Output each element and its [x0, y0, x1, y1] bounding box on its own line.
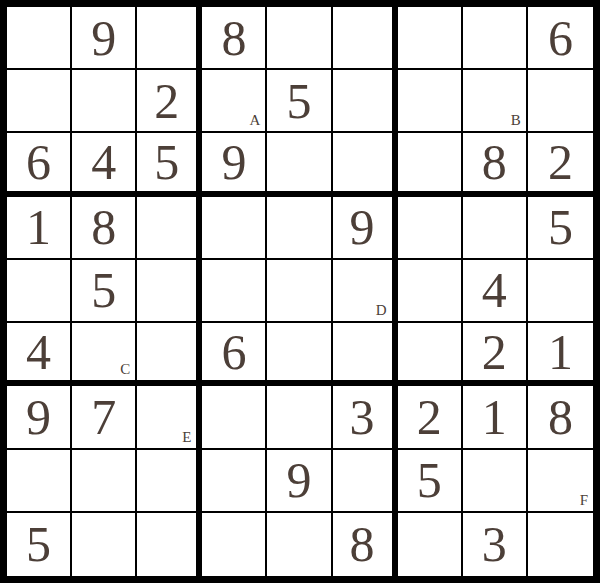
sudoku-cell-r4c9[interactable]: 5 [528, 197, 593, 260]
cell-label-B: B [511, 113, 521, 128]
sudoku-cell-r4c1[interactable]: 1 [7, 197, 72, 260]
sudoku-cell-r6c5[interactable] [267, 323, 332, 386]
sudoku-cell-r7c9[interactable]: 8 [528, 386, 593, 449]
sudoku-cell-r3c6[interactable] [333, 133, 398, 196]
sudoku-cell-r8c9[interactable]: F [528, 450, 593, 513]
sudoku-cell-r4c6[interactable]: 9 [333, 197, 398, 260]
sudoku-cell-r7c7[interactable]: 2 [398, 386, 463, 449]
sudoku-cell-r7c1[interactable]: 9 [7, 386, 72, 449]
sudoku-cell-r2c4[interactable]: A [202, 70, 267, 133]
sudoku-cell-r1c5[interactable] [267, 7, 332, 70]
sudoku-cell-r8c7[interactable]: 5 [398, 450, 463, 513]
sudoku-cell-r1c9[interactable]: 6 [528, 7, 593, 70]
cell-digit: 8 [350, 519, 375, 569]
sudoku-cell-r3c8[interactable]: 8 [463, 133, 528, 196]
cell-digit: 5 [548, 202, 573, 252]
sudoku-cell-r6c1[interactable]: 4 [7, 323, 72, 386]
cell-digit: 1 [548, 327, 573, 377]
cell-digit: 6 [221, 327, 246, 377]
cell-digit: 1 [482, 392, 507, 442]
cell-digit: 9 [91, 13, 116, 63]
sudoku-cell-r9c5[interactable] [267, 513, 332, 576]
sudoku-cell-r1c4[interactable]: 8 [202, 7, 267, 70]
cell-digit: 5 [91, 265, 116, 315]
sudoku-cell-r3c3[interactable]: 5 [137, 133, 202, 196]
cell-digit: 9 [26, 392, 51, 442]
sudoku-cell-r9c1[interactable]: 5 [7, 513, 72, 576]
sudoku-cell-r4c5[interactable] [267, 197, 332, 260]
cell-label-D: D [376, 303, 387, 318]
cell-digit: 9 [350, 202, 375, 252]
sudoku-cell-r9c8[interactable]: 3 [463, 513, 528, 576]
cell-digit: 8 [482, 137, 507, 187]
sudoku-cell-r5c5[interactable] [267, 260, 332, 323]
cell-digit: 2 [417, 392, 442, 442]
sudoku-cell-r3c9[interactable]: 2 [528, 133, 593, 196]
cell-digit: 1 [26, 202, 51, 252]
sudoku-cell-r8c1[interactable] [7, 450, 72, 513]
cell-digit: 9 [286, 455, 311, 505]
cell-label-C: C [120, 362, 130, 377]
cell-digit: 3 [482, 519, 507, 569]
sudoku-cell-r6c6[interactable] [333, 323, 398, 386]
sudoku-cell-r2c1[interactable] [7, 70, 72, 133]
sudoku-cell-r3c4[interactable]: 9 [202, 133, 267, 196]
cell-label-F: F [580, 493, 588, 508]
sudoku-cell-r4c8[interactable] [463, 197, 528, 260]
sudoku-cell-r8c4[interactable] [202, 450, 267, 513]
sudoku-cell-r2c7[interactable] [398, 70, 463, 133]
sudoku-cell-r9c4[interactable] [202, 513, 267, 576]
cell-digit: 5 [417, 455, 442, 505]
cell-digit: 6 [548, 13, 573, 63]
sudoku-cell-r8c8[interactable] [463, 450, 528, 513]
cell-digit: 7 [91, 392, 116, 442]
cell-digit: 2 [482, 327, 507, 377]
sudoku-cell-r2c3[interactable]: 2 [137, 70, 202, 133]
sudoku-cell-r2c2[interactable] [72, 70, 137, 133]
sudoku-cell-r6c8[interactable]: 2 [463, 323, 528, 386]
sudoku-cell-r9c3[interactable] [137, 513, 202, 576]
sudoku-cell-r6c4[interactable]: 6 [202, 323, 267, 386]
sudoku-cell-r4c4[interactable] [202, 197, 267, 260]
sudoku-cell-r3c5[interactable] [267, 133, 332, 196]
cell-digit: 6 [26, 137, 51, 187]
cell-digit: 3 [350, 392, 375, 442]
sudoku-cell-r2c5[interactable]: 5 [267, 70, 332, 133]
sudoku-cell-r9c2[interactable] [72, 513, 137, 576]
cell-digit: 5 [286, 76, 311, 126]
sudoku-cell-r1c8[interactable] [463, 7, 528, 70]
sudoku-cell-r5c2[interactable]: 5 [72, 260, 137, 323]
sudoku-cell-r6c7[interactable] [398, 323, 463, 386]
cell-label-E: E [182, 430, 191, 445]
sudoku-cell-r8c3[interactable] [137, 450, 202, 513]
sudoku-cell-r6c2[interactable]: C [72, 323, 137, 386]
sudoku-cell-r5c8[interactable]: 4 [463, 260, 528, 323]
sudoku-cell-r7c4[interactable] [202, 386, 267, 449]
sudoku-cell-r9c6[interactable]: 8 [333, 513, 398, 576]
sudoku-cell-r1c1[interactable] [7, 7, 72, 70]
cell-digit: 8 [91, 202, 116, 252]
cell-digit: 9 [221, 137, 246, 187]
sudoku-cell-r7c8[interactable]: 1 [463, 386, 528, 449]
sudoku-cell-r4c7[interactable] [398, 197, 463, 260]
cell-digit: 8 [221, 13, 246, 63]
cell-digit: 5 [154, 137, 179, 187]
sudoku-cell-r4c3[interactable] [137, 197, 202, 260]
sudoku-cell-r1c2[interactable]: 9 [72, 7, 137, 70]
sudoku-cell-r2c6[interactable] [333, 70, 398, 133]
cell-digit: 4 [91, 137, 116, 187]
cell-digit: 4 [26, 327, 51, 377]
sudoku-cell-r1c3[interactable] [137, 7, 202, 70]
sudoku-cell-r5c1[interactable] [7, 260, 72, 323]
sudoku-cell-r3c1[interactable]: 6 [7, 133, 72, 196]
sudoku-cell-r8c5[interactable]: 9 [267, 450, 332, 513]
sudoku-board: 9862A5B64598218955D44C62197E321895F583 [0, 0, 600, 583]
cell-digit: 8 [548, 392, 573, 442]
sudoku-cell-r9c9[interactable] [528, 513, 593, 576]
sudoku-cell-r7c6[interactable]: 3 [333, 386, 398, 449]
cell-digit: 2 [154, 76, 179, 126]
sudoku-cell-r5c9[interactable] [528, 260, 593, 323]
sudoku-cell-r8c2[interactable] [72, 450, 137, 513]
sudoku-cell-r5c3[interactable] [137, 260, 202, 323]
sudoku-cell-r3c2[interactable]: 4 [72, 133, 137, 196]
sudoku-cell-r5c4[interactable] [202, 260, 267, 323]
sudoku-cell-r5c6[interactable]: D [333, 260, 398, 323]
sudoku-cell-r7c3[interactable]: E [137, 386, 202, 449]
sudoku-cell-r8c6[interactable] [333, 450, 398, 513]
sudoku-cell-r4c2[interactable]: 8 [72, 197, 137, 260]
cell-digit: 5 [26, 519, 51, 569]
sudoku-cell-r2c8[interactable]: B [463, 70, 528, 133]
sudoku-cell-r6c9[interactable]: 1 [528, 323, 593, 386]
sudoku-cell-r6c3[interactable] [137, 323, 202, 386]
sudoku-cell-r1c6[interactable] [333, 7, 398, 70]
sudoku-cell-r7c2[interactable]: 7 [72, 386, 137, 449]
sudoku-cell-r1c7[interactable] [398, 7, 463, 70]
cell-digit: 4 [482, 265, 507, 315]
sudoku-cell-r7c5[interactable] [267, 386, 332, 449]
sudoku-cell-r3c7[interactable] [398, 133, 463, 196]
sudoku-cell-r5c7[interactable] [398, 260, 463, 323]
sudoku-cell-r2c9[interactable] [528, 70, 593, 133]
sudoku-cell-r9c7[interactable] [398, 513, 463, 576]
cell-digit: 2 [548, 137, 573, 187]
cell-label-A: A [250, 113, 261, 128]
